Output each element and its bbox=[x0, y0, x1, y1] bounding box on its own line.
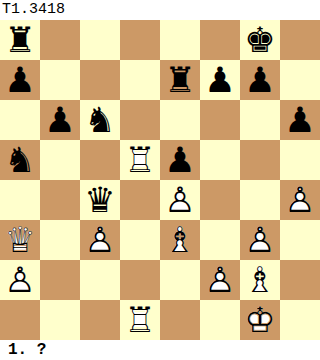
piece-white-pawn-outline: ♙ bbox=[280, 180, 320, 220]
square-c6[interactable]: ♞ bbox=[80, 100, 120, 140]
square-g1[interactable]: ♚♔ bbox=[240, 300, 280, 340]
piece-white-pawn-outline: ♙ bbox=[80, 220, 120, 260]
square-a5[interactable]: ♞ bbox=[0, 140, 40, 180]
square-g6[interactable] bbox=[240, 100, 280, 140]
piece-white-queen-outline: ♕ bbox=[0, 220, 40, 260]
square-a3[interactable]: ♛♕ bbox=[0, 220, 40, 260]
square-h1[interactable] bbox=[280, 300, 320, 340]
square-f5[interactable] bbox=[200, 140, 240, 180]
square-f6[interactable] bbox=[200, 100, 240, 140]
square-h5[interactable] bbox=[280, 140, 320, 180]
piece-black-pawn: ♟ bbox=[0, 60, 40, 100]
square-g2[interactable]: ♝♗ bbox=[240, 260, 280, 300]
square-f2[interactable]: ♟♙ bbox=[200, 260, 240, 300]
square-c2[interactable] bbox=[80, 260, 120, 300]
square-h4[interactable]: ♟♙ bbox=[280, 180, 320, 220]
square-h6[interactable]: ♟ bbox=[280, 100, 320, 140]
square-d4[interactable] bbox=[120, 180, 160, 220]
piece-black-pawn: ♟ bbox=[240, 60, 280, 100]
square-d5[interactable]: ♜♖ bbox=[120, 140, 160, 180]
square-h3[interactable] bbox=[280, 220, 320, 260]
chess-puzzle-page: T1.3418 ♜♚♟♜♟♟♟♞♟♞♜♖♟♛♟♙♟♙♛♕♟♙♝♗♟♙♟♙♟♙♝♗… bbox=[0, 0, 320, 360]
piece-black-knight: ♞ bbox=[0, 140, 40, 180]
square-d3[interactable] bbox=[120, 220, 160, 260]
square-a6[interactable] bbox=[0, 100, 40, 140]
square-e1[interactable] bbox=[160, 300, 200, 340]
square-d2[interactable] bbox=[120, 260, 160, 300]
square-g8[interactable]: ♚ bbox=[240, 20, 280, 60]
square-b7[interactable] bbox=[40, 60, 80, 100]
square-e6[interactable] bbox=[160, 100, 200, 140]
square-f1[interactable] bbox=[200, 300, 240, 340]
square-e5[interactable]: ♟ bbox=[160, 140, 200, 180]
piece-white-pawn-outline: ♙ bbox=[160, 180, 200, 220]
piece-black-rook: ♜ bbox=[160, 60, 200, 100]
square-g4[interactable] bbox=[240, 180, 280, 220]
square-a4[interactable] bbox=[0, 180, 40, 220]
piece-white-pawn-outline: ♙ bbox=[240, 220, 280, 260]
square-e3[interactable]: ♝♗ bbox=[160, 220, 200, 260]
piece-white-bishop-outline: ♗ bbox=[240, 260, 280, 300]
square-e7[interactable]: ♜ bbox=[160, 60, 200, 100]
chess-board[interactable]: ♜♚♟♜♟♟♟♞♟♞♜♖♟♛♟♙♟♙♛♕♟♙♝♗♟♙♟♙♟♙♝♗♜♖♚♔ bbox=[0, 20, 320, 340]
square-c8[interactable] bbox=[80, 20, 120, 60]
square-c1[interactable] bbox=[80, 300, 120, 340]
square-f8[interactable] bbox=[200, 20, 240, 60]
square-d6[interactable] bbox=[120, 100, 160, 140]
square-c3[interactable]: ♟♙ bbox=[80, 220, 120, 260]
square-c4[interactable]: ♛ bbox=[80, 180, 120, 220]
piece-black-queen: ♛ bbox=[80, 180, 120, 220]
square-g7[interactable]: ♟ bbox=[240, 60, 280, 100]
square-a8[interactable]: ♜ bbox=[0, 20, 40, 60]
piece-black-pawn: ♟ bbox=[40, 100, 80, 140]
square-a2[interactable]: ♟♙ bbox=[0, 260, 40, 300]
square-b3[interactable] bbox=[40, 220, 80, 260]
square-c5[interactable] bbox=[80, 140, 120, 180]
piece-white-bishop-outline: ♗ bbox=[160, 220, 200, 260]
square-f7[interactable]: ♟ bbox=[200, 60, 240, 100]
square-a1[interactable] bbox=[0, 300, 40, 340]
square-b5[interactable] bbox=[40, 140, 80, 180]
piece-white-pawn-outline: ♙ bbox=[0, 260, 40, 300]
square-b8[interactable] bbox=[40, 20, 80, 60]
piece-black-pawn: ♟ bbox=[160, 140, 200, 180]
puzzle-title: T1.3418 bbox=[0, 0, 320, 20]
square-e2[interactable] bbox=[160, 260, 200, 300]
square-d1[interactable]: ♜♖ bbox=[120, 300, 160, 340]
piece-white-rook-outline: ♖ bbox=[120, 140, 160, 180]
square-e8[interactable] bbox=[160, 20, 200, 60]
square-d8[interactable] bbox=[120, 20, 160, 60]
square-b2[interactable] bbox=[40, 260, 80, 300]
piece-black-knight: ♞ bbox=[80, 100, 120, 140]
piece-black-pawn: ♟ bbox=[200, 60, 240, 100]
square-g5[interactable] bbox=[240, 140, 280, 180]
piece-black-king: ♚ bbox=[240, 20, 280, 60]
piece-white-pawn-outline: ♙ bbox=[200, 260, 240, 300]
piece-white-rook-outline: ♖ bbox=[120, 300, 160, 340]
square-a7[interactable]: ♟ bbox=[0, 60, 40, 100]
square-b1[interactable] bbox=[40, 300, 80, 340]
square-c7[interactable] bbox=[80, 60, 120, 100]
piece-white-king-outline: ♔ bbox=[240, 300, 280, 340]
square-f3[interactable] bbox=[200, 220, 240, 260]
piece-black-rook: ♜ bbox=[0, 20, 40, 60]
square-f4[interactable] bbox=[200, 180, 240, 220]
square-h8[interactable] bbox=[280, 20, 320, 60]
square-e4[interactable]: ♟♙ bbox=[160, 180, 200, 220]
move-prompt: 1. ? bbox=[0, 340, 320, 360]
square-b6[interactable]: ♟ bbox=[40, 100, 80, 140]
square-b4[interactable] bbox=[40, 180, 80, 220]
square-h2[interactable] bbox=[280, 260, 320, 300]
square-d7[interactable] bbox=[120, 60, 160, 100]
square-g3[interactable]: ♟♙ bbox=[240, 220, 280, 260]
square-h7[interactable] bbox=[280, 60, 320, 100]
piece-black-pawn: ♟ bbox=[280, 100, 320, 140]
